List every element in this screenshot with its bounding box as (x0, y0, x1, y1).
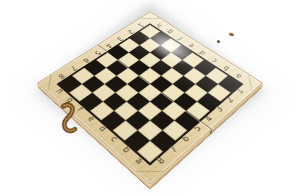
clasp-catch (229, 32, 235, 36)
square-c7 (126, 111, 150, 131)
square-b6 (150, 111, 174, 131)
square-g8 (69, 84, 92, 102)
square-b8 (125, 130, 150, 151)
square-a2 (208, 84, 231, 102)
square-a5 (174, 111, 198, 131)
square-c6 (138, 102, 162, 121)
square-b4 (174, 93, 198, 111)
square-a8 (137, 141, 163, 163)
square-b3 (185, 84, 208, 102)
square-e6 (115, 84, 138, 102)
square-a7 (150, 130, 175, 151)
square-f7 (92, 84, 115, 102)
photo-scene: hgfedcba hgfedcba 12345678 12345678 (0, 0, 300, 196)
square-b7 (138, 120, 163, 140)
board-field (56, 23, 243, 165)
square-e8 (90, 102, 114, 121)
square-d8 (101, 111, 125, 131)
square-c8 (113, 120, 138, 140)
square-b5 (162, 102, 186, 121)
square-c4 (162, 84, 185, 102)
square-a3 (197, 93, 221, 111)
square-f8 (79, 93, 103, 111)
square-d7 (114, 102, 138, 121)
chessboard: hgfedcba hgfedcba 12345678 12345678 (37, 12, 263, 186)
square-d6 (126, 93, 150, 111)
square-c5 (150, 93, 174, 111)
fold-seam-notch (210, 129, 212, 134)
square-e7 (103, 93, 127, 111)
square-d5 (138, 84, 161, 102)
board-top-face: hgfedcba hgfedcba 12345678 12345678 (37, 12, 263, 186)
square-a4 (186, 102, 210, 121)
clasp-catch (217, 40, 220, 43)
square-a6 (162, 120, 187, 140)
coords-east: 12345678 (148, 83, 252, 173)
